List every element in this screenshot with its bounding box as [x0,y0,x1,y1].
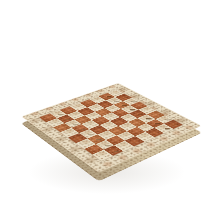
square-h1: ♜ [93,150,113,161]
square-h7: ♟ [155,124,174,133]
chess-board: ♜♞♝♛♚♝♞♜♟♟♟♟♟♟♟♟♟♟♟♟♟♟♟♟♜♞♝♛♚♝♞♜ [21,83,201,173]
product-photo-stage: ♜♞♝♛♚♝♞♜♟♟♟♟♟♟♟♟♟♟♟♟♟♟♟♟♜♞♝♛♚♝♞♜ [0,0,220,220]
pawn-glyph: ♟ [157,115,172,131]
scene: ♜♞♝♛♚♝♞♜♟♟♟♟♟♟♟♟♟♟♟♟♟♟♟♟♜♞♝♛♚♝♞♜ [0,0,220,220]
chess-set: ♜♞♝♛♚♝♞♜♟♟♟♟♟♟♟♟♟♟♟♟♟♟♟♟♜♞♝♛♚♝♞♜ [21,83,201,173]
square-e6 [120,113,138,122]
square-h6 [145,128,164,137]
rook-glyph: ♜ [92,135,113,159]
